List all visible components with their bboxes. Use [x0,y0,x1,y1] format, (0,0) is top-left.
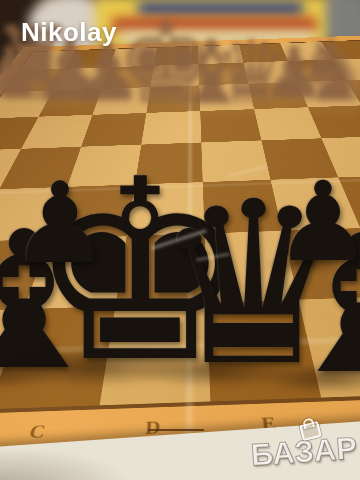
square-d4 [135,142,203,184]
square-e8 [198,45,243,64]
square-e3 [203,180,283,234]
seller-name[interactable]: Nikolay [21,17,117,48]
square-b8 [65,49,116,69]
depth-of-field-blur [0,68,360,120]
box-text-stripe [138,2,303,15]
square-d1 [100,303,211,405]
box-text-stripe [112,18,317,31]
square-d3 [127,182,205,236]
listing-photo: ABCDEFGH ♟♜♟♟♚♝♛♟♞♝♚♛♝♟♟ Nikolay БАЗАР [0,0,360,480]
square-e4 [201,140,270,182]
square-c8 [109,48,157,68]
printed-margin-line [148,429,204,431]
square-d8 [154,46,199,65]
